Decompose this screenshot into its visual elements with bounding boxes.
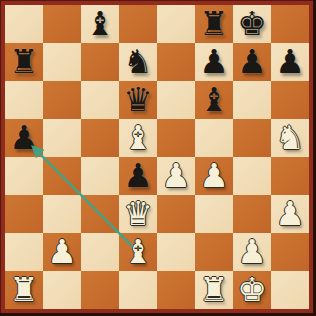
square-a4[interactable] — [5, 157, 43, 195]
white-knight-h5[interactable]: ♞ — [271, 119, 309, 157]
square-h8[interactable] — [271, 5, 309, 43]
square-h1[interactable] — [271, 271, 309, 309]
square-a7[interactable]: ♜ — [5, 43, 43, 81]
square-h3[interactable]: ♟ — [271, 195, 309, 233]
square-g3[interactable] — [233, 195, 271, 233]
square-e8[interactable] — [157, 5, 195, 43]
square-g1[interactable]: ♚ — [233, 271, 271, 309]
square-d2[interactable]: ♝ — [119, 233, 157, 271]
square-d7[interactable]: ♞ — [119, 43, 157, 81]
black-king-g8[interactable]: ♚ — [233, 5, 271, 43]
square-c2[interactable] — [81, 233, 119, 271]
white-pawn-g2[interactable]: ♟ — [233, 233, 271, 271]
white-pawn-e4[interactable]: ♟ — [157, 157, 195, 195]
square-d4[interactable]: ♟ — [119, 157, 157, 195]
black-knight-d7[interactable]: ♞ — [119, 43, 157, 81]
square-c6[interactable] — [81, 81, 119, 119]
square-h7[interactable]: ♟ — [271, 43, 309, 81]
square-h4[interactable] — [271, 157, 309, 195]
white-rook-a1[interactable]: ♜ — [5, 271, 43, 309]
white-rook-f1[interactable]: ♜ — [195, 271, 233, 309]
white-king-g1[interactable]: ♚ — [233, 271, 271, 309]
square-f7[interactable]: ♟ — [195, 43, 233, 81]
chess-app-window: ♝♜♚♜♞♟♟♟♛♝♟♝♞♟♟♟♛♟♟♝♟♜♜♚ — [0, 0, 316, 316]
black-rook-f8[interactable]: ♜ — [195, 5, 233, 43]
square-c7[interactable] — [81, 43, 119, 81]
black-bishop-f6[interactable]: ♝ — [195, 81, 233, 119]
square-f4[interactable]: ♟ — [195, 157, 233, 195]
square-g8[interactable]: ♚ — [233, 5, 271, 43]
white-pawn-h3[interactable]: ♟ — [271, 195, 309, 233]
square-h2[interactable] — [271, 233, 309, 271]
square-a2[interactable] — [5, 233, 43, 271]
square-a5[interactable]: ♟ — [5, 119, 43, 157]
white-bishop-d2[interactable]: ♝ — [119, 233, 157, 271]
square-a1[interactable]: ♜ — [5, 271, 43, 309]
chess-board: ♝♜♚♜♞♟♟♟♛♝♟♝♞♟♟♟♛♟♟♝♟♜♜♚ — [5, 5, 309, 309]
square-a3[interactable] — [5, 195, 43, 233]
square-g2[interactable]: ♟ — [233, 233, 271, 271]
square-e4[interactable]: ♟ — [157, 157, 195, 195]
square-d1[interactable] — [119, 271, 157, 309]
black-pawn-f7[interactable]: ♟ — [195, 43, 233, 81]
square-b3[interactable] — [43, 195, 81, 233]
white-queen-d3[interactable]: ♛ — [119, 195, 157, 233]
square-a8[interactable] — [5, 5, 43, 43]
square-c3[interactable] — [81, 195, 119, 233]
white-bishop-d5[interactable]: ♝ — [119, 119, 157, 157]
square-d3[interactable]: ♛ — [119, 195, 157, 233]
square-f3[interactable] — [195, 195, 233, 233]
square-b4[interactable] — [43, 157, 81, 195]
square-e6[interactable] — [157, 81, 195, 119]
square-f5[interactable] — [195, 119, 233, 157]
square-b1[interactable] — [43, 271, 81, 309]
square-g4[interactable] — [233, 157, 271, 195]
square-e3[interactable] — [157, 195, 195, 233]
square-f6[interactable]: ♝ — [195, 81, 233, 119]
black-bishop-c8[interactable]: ♝ — [81, 5, 119, 43]
square-e1[interactable] — [157, 271, 195, 309]
square-g7[interactable]: ♟ — [233, 43, 271, 81]
black-pawn-d4[interactable]: ♟ — [119, 157, 157, 195]
black-queen-d6[interactable]: ♛ — [119, 81, 157, 119]
square-e7[interactable] — [157, 43, 195, 81]
square-f1[interactable]: ♜ — [195, 271, 233, 309]
square-b8[interactable] — [43, 5, 81, 43]
square-f2[interactable] — [195, 233, 233, 271]
square-a6[interactable] — [5, 81, 43, 119]
white-pawn-f4[interactable]: ♟ — [195, 157, 233, 195]
square-g6[interactable] — [233, 81, 271, 119]
square-d6[interactable]: ♛ — [119, 81, 157, 119]
square-d8[interactable] — [119, 5, 157, 43]
square-c8[interactable]: ♝ — [81, 5, 119, 43]
black-pawn-h7[interactable]: ♟ — [271, 43, 309, 81]
square-b2[interactable]: ♟ — [43, 233, 81, 271]
square-f8[interactable]: ♜ — [195, 5, 233, 43]
square-e5[interactable] — [157, 119, 195, 157]
square-g5[interactable] — [233, 119, 271, 157]
square-b7[interactable] — [43, 43, 81, 81]
square-c1[interactable] — [81, 271, 119, 309]
square-h5[interactable]: ♞ — [271, 119, 309, 157]
black-pawn-a5[interactable]: ♟ — [5, 119, 43, 157]
black-pawn-g7[interactable]: ♟ — [233, 43, 271, 81]
square-b5[interactable] — [43, 119, 81, 157]
square-b6[interactable] — [43, 81, 81, 119]
square-c4[interactable] — [81, 157, 119, 195]
square-d5[interactable]: ♝ — [119, 119, 157, 157]
square-c5[interactable] — [81, 119, 119, 157]
black-rook-a7[interactable]: ♜ — [5, 43, 43, 81]
white-pawn-b2[interactable]: ♟ — [43, 233, 81, 271]
square-e2[interactable] — [157, 233, 195, 271]
square-h6[interactable] — [271, 81, 309, 119]
